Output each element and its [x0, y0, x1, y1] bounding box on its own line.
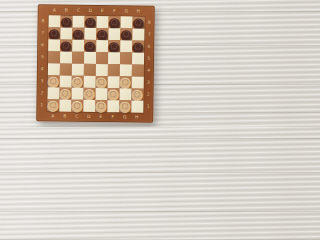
dark-checker-f8[interactable]: ●○ — [108, 16, 120, 28]
file-label-top-e: E — [96, 5, 108, 16]
rank-label-right-3: 3 — [143, 76, 154, 88]
square-b4[interactable] — [59, 63, 71, 75]
square-a7[interactable]: ●○ — [47, 27, 59, 39]
square-h5[interactable] — [131, 52, 143, 64]
file-label-bottom-d: D — [82, 111, 94, 122]
square-b8[interactable]: ●○ — [60, 15, 72, 27]
checker-ring-glyph: ○ — [109, 90, 116, 98]
light-checker-h2[interactable]: ●○ — [130, 88, 142, 100]
dark-checker-d8[interactable]: ●○ — [84, 15, 96, 27]
square-h1[interactable] — [130, 100, 142, 112]
light-checker-e1[interactable]: ●○ — [94, 99, 106, 111]
file-label-bottom-h: H — [130, 112, 142, 123]
square-a1[interactable]: ●○ — [46, 99, 58, 111]
square-f5[interactable] — [107, 52, 119, 64]
file-label-top-g: G — [120, 5, 132, 16]
rank-label-left-7: 7 — [37, 27, 48, 39]
rank-label-right-4: 4 — [143, 64, 154, 76]
rank-label-left-8: 8 — [37, 15, 48, 27]
light-checker-g1[interactable]: ●○ — [118, 100, 130, 112]
checker-ring-glyph: ○ — [49, 101, 56, 109]
checker-ring-glyph: ○ — [97, 78, 104, 86]
dark-checker-a7[interactable]: ●○ — [47, 27, 59, 39]
checker-ring-glyph: ○ — [98, 30, 105, 38]
dark-checker-d6[interactable]: ●○ — [83, 39, 95, 51]
checker-ring-glyph: ○ — [73, 77, 80, 85]
desk-background: { "game": "checkers", "description": "Wo… — [0, 0, 190, 127]
rank-label-right-1: 1 — [142, 100, 153, 112]
rank-label-left-6: 6 — [37, 39, 48, 51]
checker-ring-glyph: ○ — [97, 102, 104, 110]
square-e3[interactable]: ●○ — [95, 75, 107, 87]
checker-ring-glyph: ○ — [134, 42, 141, 50]
light-checker-d2[interactable]: ●○ — [82, 87, 94, 99]
checker-ring-glyph: ○ — [62, 41, 69, 49]
light-checker-e3[interactable]: ●○ — [95, 75, 107, 87]
light-checker-a3[interactable]: ●○ — [47, 75, 59, 87]
square-a5[interactable] — [47, 51, 59, 63]
rank-label-right-7: 7 — [143, 28, 154, 40]
square-b1[interactable] — [58, 99, 70, 111]
file-label-bottom-b: B — [58, 111, 70, 122]
light-checker-g3[interactable]: ●○ — [119, 76, 131, 88]
checker-ring-glyph: ○ — [133, 90, 140, 98]
checker-ring-glyph: ○ — [122, 30, 129, 38]
dark-checker-h8[interactable]: ●○ — [131, 16, 143, 28]
file-label-top-c: C — [72, 5, 84, 16]
dark-checker-e7[interactable]: ●○ — [95, 28, 107, 40]
square-a6[interactable] — [47, 39, 59, 51]
square-g6[interactable] — [119, 40, 131, 52]
square-h2[interactable]: ●○ — [130, 88, 142, 100]
square-d5[interactable] — [83, 51, 95, 63]
checker-ring-glyph: ○ — [50, 29, 57, 37]
square-b6[interactable]: ●○ — [59, 39, 71, 51]
light-checker-c3[interactable]: ●○ — [71, 75, 83, 87]
square-f4[interactable] — [107, 64, 119, 76]
light-checker-a1[interactable]: ●○ — [46, 99, 58, 111]
checker-ring-glyph: ○ — [134, 18, 141, 26]
rank-label-left-1: 1 — [36, 99, 47, 111]
light-checker-b2[interactable]: ●○ — [59, 87, 71, 99]
light-checker-f2[interactable]: ●○ — [106, 88, 118, 100]
square-d4[interactable] — [83, 63, 95, 75]
square-e7[interactable]: ●○ — [95, 28, 107, 40]
square-f1[interactable] — [106, 100, 118, 112]
checker-ring-glyph: ○ — [85, 89, 92, 97]
square-c7[interactable]: ●○ — [71, 27, 83, 39]
checker-ring-glyph: ○ — [74, 29, 81, 37]
square-d6[interactable]: ●○ — [83, 39, 95, 51]
square-b2[interactable]: ●○ — [59, 87, 71, 99]
checker-ring-glyph: ○ — [86, 17, 93, 25]
dark-checker-c7[interactable]: ●○ — [71, 27, 83, 39]
square-c1[interactable]: ●○ — [70, 99, 82, 111]
square-d2[interactable]: ●○ — [82, 87, 94, 99]
rank-label-left-4: 4 — [36, 63, 47, 75]
square-e5[interactable] — [95, 52, 107, 64]
rank-label-right-2: 2 — [142, 88, 153, 100]
square-g1[interactable]: ●○ — [118, 100, 130, 112]
square-c6[interactable] — [71, 39, 83, 51]
rank-label-right-8: 8 — [143, 16, 154, 28]
checker-ring-glyph: ○ — [49, 77, 56, 85]
dark-checker-b6[interactable]: ●○ — [59, 39, 71, 51]
file-label-top-a: A — [48, 4, 60, 15]
square-h8[interactable]: ●○ — [131, 16, 143, 28]
square-g5[interactable] — [119, 52, 131, 64]
rank-label-left-5: 5 — [37, 51, 48, 63]
checker-ring-glyph: ○ — [86, 41, 93, 49]
light-checker-c1[interactable]: ●○ — [70, 99, 82, 111]
checkers-board: ABCDEFGH ABCDEFGH 87654321 87654321 ●○●○… — [36, 4, 155, 123]
rank-label-right-6: 6 — [143, 40, 154, 52]
checker-ring-glyph: ○ — [61, 89, 68, 97]
checker-ring-glyph: ○ — [121, 102, 128, 110]
square-h4[interactable] — [131, 64, 143, 76]
square-f6[interactable]: ●○ — [107, 40, 119, 52]
square-e1[interactable]: ●○ — [94, 99, 106, 111]
rank-label-right-5: 5 — [143, 52, 154, 64]
board-grid: ●○●○●○●○●○●○●○●○●○●○●○●○●○●○●○●○●○●○●○●○… — [46, 15, 143, 112]
checker-ring-glyph: ○ — [110, 18, 117, 26]
file-label-bottom-f: F — [106, 112, 118, 123]
dark-checker-h6[interactable]: ●○ — [131, 40, 143, 52]
checker-ring-glyph: ○ — [121, 78, 128, 86]
square-e6[interactable] — [95, 40, 107, 52]
square-h6[interactable]: ●○ — [131, 40, 143, 52]
square-b5[interactable] — [59, 51, 71, 63]
square-c3[interactable]: ●○ — [71, 75, 83, 87]
dark-checker-g7[interactable]: ●○ — [119, 28, 131, 40]
square-c5[interactable] — [71, 51, 83, 63]
square-g3[interactable]: ●○ — [119, 76, 131, 88]
checker-ring-glyph: ○ — [73, 101, 80, 109]
rank-label-left-2: 2 — [36, 87, 47, 99]
checker-ring-glyph: ○ — [110, 42, 117, 50]
dark-checker-f6[interactable]: ●○ — [107, 40, 119, 52]
dark-checker-b8[interactable]: ●○ — [60, 15, 72, 27]
square-d8[interactable]: ●○ — [84, 15, 96, 27]
rank-label-left-3: 3 — [36, 75, 47, 87]
square-a3[interactable]: ●○ — [47, 75, 59, 87]
square-g7[interactable]: ●○ — [119, 28, 131, 40]
square-f2[interactable]: ●○ — [106, 88, 118, 100]
checker-ring-glyph: ○ — [62, 17, 69, 25]
square-d1[interactable] — [82, 99, 94, 111]
square-f8[interactable]: ●○ — [108, 16, 120, 28]
